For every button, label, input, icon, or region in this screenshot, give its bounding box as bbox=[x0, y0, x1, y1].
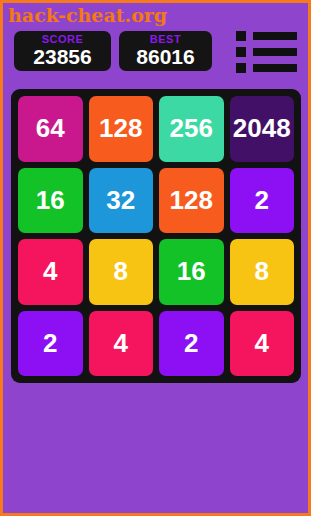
tile-r1c4: 2048 bbox=[230, 96, 295, 162]
list-menu-icon bbox=[236, 63, 298, 73]
game-board[interactable]: 64128256204816321282481682424 bbox=[11, 89, 301, 383]
tile-r4c2: 4 bbox=[89, 311, 154, 377]
list-menu-icon bbox=[236, 47, 298, 57]
app-frame: hack-cheat.org SCORE 23856 BEST 86016 64… bbox=[0, 0, 311, 516]
best-value: 86016 bbox=[136, 46, 194, 68]
menu-button[interactable] bbox=[236, 31, 298, 73]
tile-r2c3: 128 bbox=[159, 168, 224, 234]
tile-r2c4: 2 bbox=[230, 168, 295, 234]
tile-r2c2: 32 bbox=[89, 168, 154, 234]
tile-r4c3: 2 bbox=[159, 311, 224, 377]
tile-r1c2: 128 bbox=[89, 96, 154, 162]
score-box: SCORE 23856 bbox=[14, 31, 111, 71]
tile-r3c3: 16 bbox=[159, 239, 224, 305]
list-menu-icon bbox=[236, 31, 298, 41]
tile-r4c1: 2 bbox=[18, 311, 83, 377]
watermark: hack-cheat.org bbox=[8, 4, 167, 26]
tile-r2c1: 16 bbox=[18, 168, 83, 234]
tile-r1c3: 256 bbox=[159, 96, 224, 162]
tile-r3c1: 4 bbox=[18, 239, 83, 305]
best-box: BEST 86016 bbox=[119, 31, 212, 71]
tile-r4c4: 4 bbox=[230, 311, 295, 377]
tile-r3c2: 8 bbox=[89, 239, 154, 305]
tile-r3c4: 8 bbox=[230, 239, 295, 305]
tile-r1c1: 64 bbox=[18, 96, 83, 162]
score-value: 23856 bbox=[33, 46, 91, 68]
